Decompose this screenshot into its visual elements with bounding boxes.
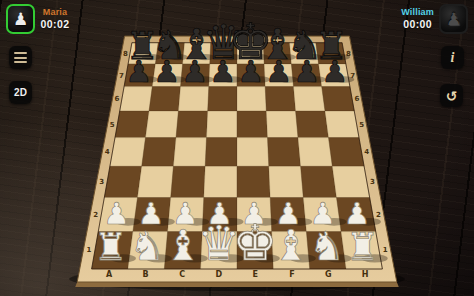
square-e6[interactable] <box>237 87 266 112</box>
white-player-card: ♟ Maria 00:02 <box>6 4 70 34</box>
square-d4[interactable] <box>205 138 237 167</box>
file-label-bottom-A: A <box>106 270 113 279</box>
hamburger-icon <box>14 52 27 54</box>
white-player-clock: 00:02 <box>41 18 70 30</box>
white-player-icon: ♟ <box>6 4 35 34</box>
black-player-name: William <box>401 7 434 17</box>
black-pawn-g7[interactable]: ♟ <box>294 54 321 89</box>
square-g5[interactable] <box>296 111 329 138</box>
square-e3[interactable] <box>237 166 270 197</box>
square-f4[interactable] <box>268 138 301 167</box>
file-label-bottom-F: F <box>289 270 294 279</box>
square-e4[interactable] <box>237 138 269 167</box>
black-pawn-h7[interactable]: ♟ <box>322 54 349 89</box>
square-g4[interactable] <box>298 138 332 167</box>
black-player-clock: 00:00 <box>403 18 432 30</box>
file-label-bottom-H: H <box>362 270 369 279</box>
square-b4[interactable] <box>142 138 176 167</box>
black-pawn-d7[interactable]: ♟ <box>210 54 237 89</box>
square-h3[interactable] <box>332 166 369 197</box>
undo-button[interactable]: ↺ <box>440 84 463 107</box>
square-c4[interactable] <box>173 138 206 167</box>
white-knight-b1[interactable]: ♞ <box>129 223 165 269</box>
white-bishop-f1[interactable]: ♝ <box>272 221 310 270</box>
square-d3[interactable] <box>204 166 237 197</box>
rank-label-right-2: 2 <box>376 211 381 219</box>
rank-label-right-4: 4 <box>364 148 369 156</box>
file-label-bottom-B: B <box>143 270 149 279</box>
square-h5[interactable] <box>325 111 359 138</box>
square-a6[interactable] <box>120 87 153 112</box>
square-h6[interactable] <box>322 87 355 112</box>
hamburger-menu-button[interactable] <box>9 46 32 69</box>
square-d5[interactable] <box>207 111 238 138</box>
white-pawn-icon: ♟ <box>13 11 28 28</box>
black-pawn-b7[interactable]: ♟ <box>154 54 181 89</box>
rank-label-left-6: 6 <box>115 95 120 103</box>
info-button[interactable]: i <box>441 46 464 69</box>
square-a4[interactable] <box>110 138 146 167</box>
white-king-e1[interactable]: ♚ <box>233 214 278 272</box>
black-pawn-e7[interactable]: ♟ <box>238 54 265 89</box>
square-b6[interactable] <box>149 87 181 112</box>
square-b3[interactable] <box>138 166 174 197</box>
rank-label-right-3: 3 <box>370 178 375 186</box>
black-pawn-a7[interactable]: ♟ <box>126 54 153 89</box>
white-rook-a1[interactable]: ♜ <box>94 225 128 269</box>
board-front-edge <box>75 282 399 287</box>
white-knight-g1[interactable]: ♞ <box>309 223 345 269</box>
black-pawn-icon: ♟ <box>446 11 461 28</box>
file-label-bottom-C: C <box>179 270 185 279</box>
square-c5[interactable] <box>176 111 208 138</box>
chess-app-screen: AABBCCDDEEFFGGHH8877665544332211♜♞♝♛♚♝♞♜… <box>0 0 474 296</box>
square-a3[interactable] <box>104 166 141 197</box>
rank-label-right-1: 1 <box>383 246 388 254</box>
black-pawn-c7[interactable]: ♟ <box>182 54 209 89</box>
2d-view-toggle-button[interactable]: 2D <box>9 81 32 104</box>
black-player-card: ♟ William 00:00 <box>401 4 468 34</box>
white-rook-h1[interactable]: ♜ <box>346 225 380 269</box>
rank-label-left-1: 1 <box>86 246 91 254</box>
black-player-icon: ♟ <box>439 4 468 34</box>
black-pawn-f7[interactable]: ♟ <box>266 54 293 89</box>
rank-label-right-5: 5 <box>359 121 364 129</box>
square-f3[interactable] <box>269 166 304 197</box>
rank-label-left-2: 2 <box>93 211 98 219</box>
square-c3[interactable] <box>171 166 206 197</box>
square-e5[interactable] <box>237 111 268 138</box>
white-player-name: Maria <box>43 7 68 17</box>
rank-label-left-3: 3 <box>99 178 104 186</box>
file-label-bottom-G: G <box>325 270 332 279</box>
white-bishop-c1[interactable]: ♝ <box>164 221 202 270</box>
square-f5[interactable] <box>266 111 298 138</box>
square-g6[interactable] <box>294 87 326 112</box>
square-f6[interactable] <box>265 87 295 112</box>
square-c6[interactable] <box>178 87 208 112</box>
square-g3[interactable] <box>301 166 337 197</box>
square-a5[interactable] <box>115 111 149 138</box>
chess-board[interactable]: AABBCCDDEEFFGGHH8877665544332211♜♞♝♛♚♝♞♜… <box>0 0 474 296</box>
rank-label-right-6: 6 <box>355 95 360 103</box>
square-b5[interactable] <box>146 111 179 138</box>
square-h4[interactable] <box>329 138 365 167</box>
rank-label-left-4: 4 <box>105 148 110 156</box>
square-d6[interactable] <box>208 87 237 112</box>
rank-label-left-5: 5 <box>110 121 115 129</box>
rank-label-left-7: 7 <box>119 72 124 80</box>
